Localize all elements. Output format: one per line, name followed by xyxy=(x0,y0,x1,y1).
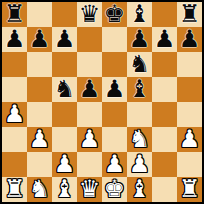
square-f5[interactable]: ♝ xyxy=(127,77,152,102)
square-f3[interactable]: ♞ xyxy=(127,127,152,152)
square-b8[interactable] xyxy=(27,2,52,27)
square-a3[interactable] xyxy=(2,127,27,152)
square-f1[interactable]: ♝ xyxy=(127,177,152,202)
square-a1[interactable]: ♜ xyxy=(2,177,27,202)
white-rook: ♜ xyxy=(177,177,202,202)
black-pawn: ♟ xyxy=(52,27,77,52)
square-a8[interactable]: ♜ xyxy=(2,2,27,27)
square-h4[interactable] xyxy=(177,102,202,127)
black-bishop: ♝ xyxy=(127,77,152,102)
square-d3[interactable]: ♟ xyxy=(77,127,102,152)
square-g5[interactable] xyxy=(152,77,177,102)
square-e6[interactable] xyxy=(102,52,127,77)
square-f2[interactable]: ♟ xyxy=(127,152,152,177)
square-b5[interactable] xyxy=(27,77,52,102)
square-e8[interactable]: ♚ xyxy=(102,2,127,27)
black-knight: ♞ xyxy=(52,77,77,102)
square-d1[interactable]: ♛ xyxy=(77,177,102,202)
white-bishop: ♝ xyxy=(52,177,77,202)
black-pawn: ♟ xyxy=(27,27,52,52)
square-e1[interactable]: ♚ xyxy=(102,177,127,202)
white-pawn: ♟ xyxy=(127,152,152,177)
square-c8[interactable] xyxy=(52,2,77,27)
square-g4[interactable] xyxy=(152,102,177,127)
square-g2[interactable] xyxy=(152,152,177,177)
square-f8[interactable]: ♝ xyxy=(127,2,152,27)
square-h7[interactable]: ♟ xyxy=(177,27,202,52)
black-pawn: ♟ xyxy=(152,27,177,52)
square-h1[interactable]: ♜ xyxy=(177,177,202,202)
white-knight: ♞ xyxy=(127,127,152,152)
square-g1[interactable] xyxy=(152,177,177,202)
square-d5[interactable]: ♟ xyxy=(77,77,102,102)
square-h5[interactable] xyxy=(177,77,202,102)
square-f6[interactable]: ♞ xyxy=(127,52,152,77)
black-queen: ♛ xyxy=(77,2,102,27)
black-pawn: ♟ xyxy=(127,27,152,52)
square-e7[interactable] xyxy=(102,27,127,52)
square-e5[interactable]: ♟ xyxy=(102,77,127,102)
white-bishop: ♝ xyxy=(127,177,152,202)
white-queen: ♛ xyxy=(77,177,102,202)
square-d2[interactable] xyxy=(77,152,102,177)
square-e4[interactable] xyxy=(102,102,127,127)
square-a5[interactable] xyxy=(2,77,27,102)
black-rook: ♜ xyxy=(177,2,202,27)
square-h3[interactable]: ♟ xyxy=(177,127,202,152)
square-f4[interactable] xyxy=(127,102,152,127)
black-pawn: ♟ xyxy=(2,27,27,52)
square-g3[interactable] xyxy=(152,127,177,152)
square-a2[interactable] xyxy=(2,152,27,177)
square-a4[interactable]: ♟ xyxy=(2,102,27,127)
square-b2[interactable] xyxy=(27,152,52,177)
square-g7[interactable]: ♟ xyxy=(152,27,177,52)
square-d4[interactable] xyxy=(77,102,102,127)
chess-board: ♜♛♚♝♜♟♟♟♟♟♟♞♞♟♟♝♟♟♟♞♟♟♟♟♜♞♝♛♚♝♜ xyxy=(0,0,204,204)
black-knight: ♞ xyxy=(127,52,152,77)
square-h2[interactable] xyxy=(177,152,202,177)
black-king: ♚ xyxy=(102,2,127,27)
square-c1[interactable]: ♝ xyxy=(52,177,77,202)
white-pawn: ♟ xyxy=(77,127,102,152)
square-e3[interactable] xyxy=(102,127,127,152)
white-knight: ♞ xyxy=(27,177,52,202)
white-pawn: ♟ xyxy=(177,127,202,152)
square-e2[interactable]: ♟ xyxy=(102,152,127,177)
square-c4[interactable] xyxy=(52,102,77,127)
square-c2[interactable]: ♟ xyxy=(52,152,77,177)
square-h8[interactable]: ♜ xyxy=(177,2,202,27)
white-pawn: ♟ xyxy=(52,152,77,177)
square-c3[interactable] xyxy=(52,127,77,152)
square-b3[interactable]: ♟ xyxy=(27,127,52,152)
square-b4[interactable] xyxy=(27,102,52,127)
square-c5[interactable]: ♞ xyxy=(52,77,77,102)
white-pawn: ♟ xyxy=(102,152,127,177)
black-pawn: ♟ xyxy=(177,27,202,52)
board-grid: ♜♛♚♝♜♟♟♟♟♟♟♞♞♟♟♝♟♟♟♞♟♟♟♟♜♞♝♛♚♝♜ xyxy=(0,0,204,204)
black-rook: ♜ xyxy=(2,2,27,27)
black-pawn: ♟ xyxy=(102,77,127,102)
square-c7[interactable]: ♟ xyxy=(52,27,77,52)
black-bishop: ♝ xyxy=(127,2,152,27)
square-g8[interactable] xyxy=(152,2,177,27)
square-f7[interactable]: ♟ xyxy=(127,27,152,52)
square-d8[interactable]: ♛ xyxy=(77,2,102,27)
square-d7[interactable] xyxy=(77,27,102,52)
square-a6[interactable] xyxy=(2,52,27,77)
white-pawn: ♟ xyxy=(27,127,52,152)
white-rook: ♜ xyxy=(2,177,27,202)
black-pawn: ♟ xyxy=(77,77,102,102)
square-d6[interactable] xyxy=(77,52,102,77)
square-b1[interactable]: ♞ xyxy=(27,177,52,202)
white-king: ♚ xyxy=(102,177,127,202)
square-a7[interactable]: ♟ xyxy=(2,27,27,52)
square-b6[interactable] xyxy=(27,52,52,77)
white-pawn: ♟ xyxy=(2,102,27,127)
square-c6[interactable] xyxy=(52,52,77,77)
square-h6[interactable] xyxy=(177,52,202,77)
square-b7[interactable]: ♟ xyxy=(27,27,52,52)
square-g6[interactable] xyxy=(152,52,177,77)
